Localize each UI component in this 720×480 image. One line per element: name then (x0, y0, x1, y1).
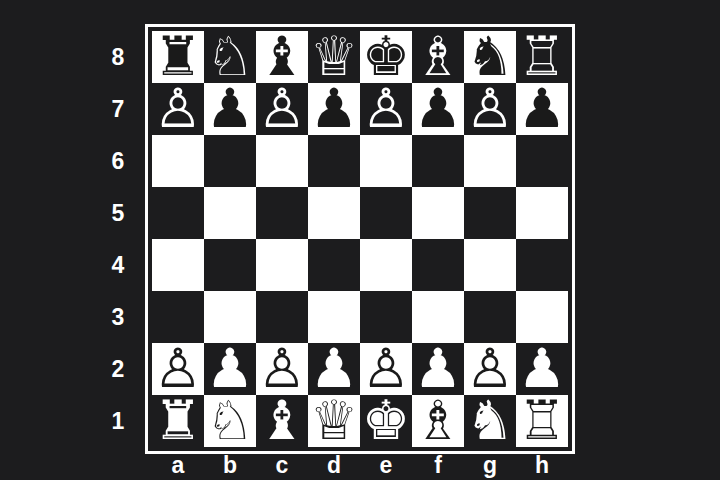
square-e4[interactable] (360, 239, 412, 291)
square-h1[interactable]: ♖ (516, 395, 568, 447)
square-d6[interactable] (308, 135, 360, 187)
piece-black-pawn: ♙ (362, 83, 410, 135)
square-g6[interactable] (464, 135, 516, 187)
piece-white-pawn: ♙ (362, 343, 410, 395)
square-h4[interactable] (516, 239, 568, 291)
piece-white-knight: ♞ (466, 395, 514, 447)
piece-black-queen: ♕ (310, 31, 358, 83)
piece-black-bishop: ♗ (414, 31, 462, 83)
square-a5[interactable] (152, 187, 204, 239)
piece-black-rook: ♜ (154, 31, 202, 83)
square-a1[interactable]: ♜ (152, 395, 204, 447)
square-c8[interactable]: ♝ (256, 31, 308, 83)
square-b2[interactable]: ♟ (204, 343, 256, 395)
square-g3[interactable] (464, 291, 516, 343)
piece-white-pawn: ♙ (258, 343, 306, 395)
board-frame: ♜♘♝♕♚♗♞♖♙♟♙♟♙♟♙♟♙♟♙♟♙♟♙♟♜♘♝♕♚♗♞♖ (145, 24, 575, 454)
square-g5[interactable] (464, 187, 516, 239)
piece-white-rook: ♜ (154, 395, 202, 447)
square-b6[interactable] (204, 135, 256, 187)
square-c7[interactable]: ♙ (256, 83, 308, 135)
file-label-b: b (204, 452, 256, 478)
square-e8[interactable]: ♚ (360, 31, 412, 83)
square-d2[interactable]: ♟ (308, 343, 360, 395)
square-e7[interactable]: ♙ (360, 83, 412, 135)
file-label-d: d (308, 452, 360, 478)
rank-label-4: 4 (98, 239, 138, 291)
piece-black-pawn: ♙ (154, 83, 202, 135)
square-c6[interactable] (256, 135, 308, 187)
square-b3[interactable] (204, 291, 256, 343)
piece-black-pawn: ♟ (206, 83, 254, 135)
square-f2[interactable]: ♟ (412, 343, 464, 395)
file-label-f: f (412, 452, 464, 478)
square-a7[interactable]: ♙ (152, 83, 204, 135)
square-h5[interactable] (516, 187, 568, 239)
square-g1[interactable]: ♞ (464, 395, 516, 447)
square-a4[interactable] (152, 239, 204, 291)
piece-black-pawn: ♟ (414, 83, 462, 135)
piece-white-rook: ♖ (518, 395, 566, 447)
square-d7[interactable]: ♟ (308, 83, 360, 135)
piece-white-pawn: ♙ (466, 343, 514, 395)
square-h6[interactable] (516, 135, 568, 187)
square-h2[interactable]: ♟ (516, 343, 568, 395)
piece-black-knight: ♘ (206, 31, 254, 83)
square-g2[interactable]: ♙ (464, 343, 516, 395)
piece-black-bishop: ♝ (258, 31, 306, 83)
piece-black-pawn: ♟ (310, 83, 358, 135)
file-label-c: c (256, 452, 308, 478)
square-c4[interactable] (256, 239, 308, 291)
square-f8[interactable]: ♗ (412, 31, 464, 83)
square-b7[interactable]: ♟ (204, 83, 256, 135)
square-a3[interactable] (152, 291, 204, 343)
chess-diagram: 87654321 ♜♘♝♕♚♗♞♖♙♟♙♟♙♟♙♟♙♟♙♟♙♟♙♟♜♘♝♕♚♗♞… (0, 0, 720, 480)
square-f4[interactable] (412, 239, 464, 291)
square-e6[interactable] (360, 135, 412, 187)
square-b5[interactable] (204, 187, 256, 239)
square-e3[interactable] (360, 291, 412, 343)
square-d8[interactable]: ♕ (308, 31, 360, 83)
piece-black-pawn: ♙ (466, 83, 514, 135)
square-g4[interactable] (464, 239, 516, 291)
square-h3[interactable] (516, 291, 568, 343)
file-label-h: h (516, 452, 568, 478)
rank-label-1: 1 (98, 395, 138, 447)
piece-white-bishop: ♗ (414, 395, 462, 447)
piece-black-knight: ♞ (466, 31, 514, 83)
square-d4[interactable] (308, 239, 360, 291)
square-c1[interactable]: ♝ (256, 395, 308, 447)
rank-label-3: 3 (98, 291, 138, 343)
square-f3[interactable] (412, 291, 464, 343)
square-f7[interactable]: ♟ (412, 83, 464, 135)
square-d5[interactable] (308, 187, 360, 239)
square-b1[interactable]: ♘ (204, 395, 256, 447)
file-label-g: g (464, 452, 516, 478)
square-g7[interactable]: ♙ (464, 83, 516, 135)
piece-white-pawn: ♟ (206, 343, 254, 395)
square-b4[interactable] (204, 239, 256, 291)
rank-label-8: 8 (98, 31, 138, 83)
piece-white-knight: ♘ (206, 395, 254, 447)
rank-label-7: 7 (98, 83, 138, 135)
square-c3[interactable] (256, 291, 308, 343)
square-b8[interactable]: ♘ (204, 31, 256, 83)
square-a2[interactable]: ♙ (152, 343, 204, 395)
square-e2[interactable]: ♙ (360, 343, 412, 395)
piece-black-pawn: ♙ (258, 83, 306, 135)
piece-white-pawn: ♟ (310, 343, 358, 395)
square-e5[interactable] (360, 187, 412, 239)
rank-label-2: 2 (98, 343, 138, 395)
square-g8[interactable]: ♞ (464, 31, 516, 83)
piece-black-king: ♚ (362, 31, 410, 83)
square-d1[interactable]: ♕ (308, 395, 360, 447)
square-f6[interactable] (412, 135, 464, 187)
square-c5[interactable] (256, 187, 308, 239)
rank-label-6: 6 (98, 135, 138, 187)
square-f1[interactable]: ♗ (412, 395, 464, 447)
square-h7[interactable]: ♟ (516, 83, 568, 135)
file-label-e: e (360, 452, 412, 478)
piece-white-pawn: ♙ (154, 343, 202, 395)
square-a8[interactable]: ♜ (152, 31, 204, 83)
chess-board: ♜♘♝♕♚♗♞♖♙♟♙♟♙♟♙♟♙♟♙♟♙♟♙♟♜♘♝♕♚♗♞♖ (152, 31, 568, 447)
square-d3[interactable] (308, 291, 360, 343)
rank-label-5: 5 (98, 187, 138, 239)
piece-white-pawn: ♟ (518, 343, 566, 395)
file-label-a: a (152, 452, 204, 478)
file-labels: abcdefgh (152, 452, 568, 478)
rank-labels: 87654321 (98, 31, 138, 447)
piece-white-king: ♚ (362, 395, 410, 447)
square-f5[interactable] (412, 187, 464, 239)
piece-white-bishop: ♝ (258, 395, 306, 447)
square-h8[interactable]: ♖ (516, 31, 568, 83)
square-c2[interactable]: ♙ (256, 343, 308, 395)
piece-white-queen: ♕ (310, 395, 358, 447)
square-a6[interactable] (152, 135, 204, 187)
piece-black-pawn: ♟ (518, 83, 566, 135)
piece-white-pawn: ♟ (414, 343, 462, 395)
piece-black-rook: ♖ (518, 31, 566, 83)
square-e1[interactable]: ♚ (360, 395, 412, 447)
